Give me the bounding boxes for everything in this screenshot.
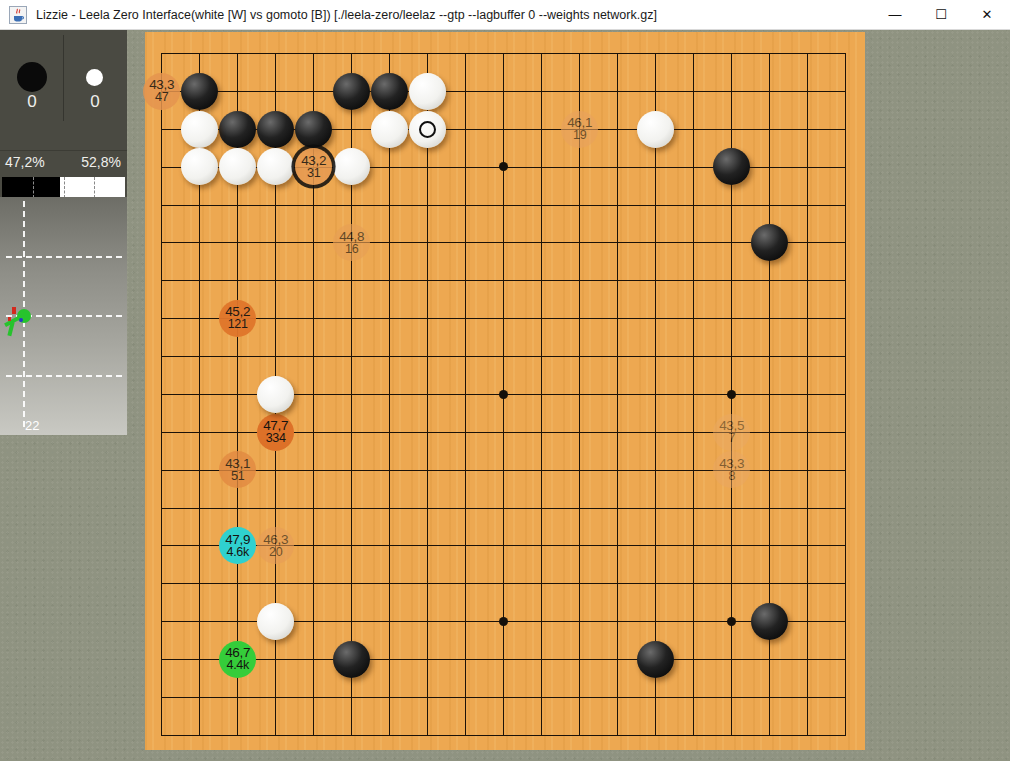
hoshi-point bbox=[727, 390, 736, 399]
white-stone-H17 bbox=[409, 111, 446, 148]
white-winrate-label: 52,8% bbox=[81, 154, 121, 170]
graph-blue-mark bbox=[19, 318, 23, 322]
winrate-bar bbox=[2, 177, 125, 198]
move-suggestion-Q8[interactable]: 43,38 bbox=[713, 451, 750, 488]
suggestion-winrate: 46,3 bbox=[263, 534, 288, 546]
close-button[interactable]: ✕ bbox=[964, 0, 1010, 30]
white-stone-D16 bbox=[257, 148, 294, 185]
move-suggestion-D6[interactable]: 46,320 bbox=[257, 527, 294, 564]
black-stone-B18 bbox=[181, 73, 218, 110]
winrate-bar-black-segment bbox=[2, 177, 60, 198]
black-stone-R14 bbox=[751, 224, 788, 261]
captures-row: 0 0 bbox=[0, 30, 127, 120]
white-stone-C16 bbox=[219, 148, 256, 185]
hoshi-point bbox=[499, 390, 508, 399]
last-move-marker bbox=[419, 121, 436, 138]
winrate-bar-tick-25 bbox=[33, 177, 34, 198]
black-stone-O3 bbox=[637, 641, 674, 678]
suggestion-visits: 47 bbox=[155, 91, 168, 103]
white-stone-B16 bbox=[181, 148, 218, 185]
black-stone-R4 bbox=[751, 603, 788, 640]
white-player-stone-icon bbox=[86, 69, 103, 86]
hoshi-point bbox=[727, 617, 736, 626]
white-stone-D10 bbox=[257, 376, 294, 413]
black-stone-E17 bbox=[295, 111, 332, 148]
white-stone-O17 bbox=[637, 111, 674, 148]
move-suggestion-Q9[interactable]: 43,57 bbox=[713, 414, 750, 451]
hoshi-point bbox=[499, 617, 508, 626]
graph-move-number: 22 bbox=[25, 418, 39, 433]
move-suggestion-M17[interactable]: 46,119 bbox=[561, 111, 598, 148]
suggestion-winrate: 47,9 bbox=[225, 534, 250, 546]
move-suggestion-C3[interactable]: 46,74.4k bbox=[219, 641, 256, 678]
white-stone-H18 bbox=[409, 73, 446, 110]
panel-separator bbox=[0, 150, 127, 151]
window-title: Lizzie - Leela Zero Interface(white [W] … bbox=[36, 8, 657, 22]
white-stone-B17 bbox=[181, 111, 218, 148]
black-winrate-label: 47,2% bbox=[5, 154, 45, 170]
white-captures-count: 0 bbox=[64, 92, 126, 112]
move-suggestion-C6[interactable]: 47,94.6k bbox=[219, 527, 256, 564]
black-stone-F18 bbox=[333, 73, 370, 110]
suggestion-visits: 31 bbox=[307, 167, 320, 179]
white-stone-F16 bbox=[333, 148, 370, 185]
black-stone-F3 bbox=[333, 641, 370, 678]
winrate-graph[interactable]: 22 bbox=[0, 197, 127, 435]
suggestion-visits: 7 bbox=[728, 432, 735, 444]
black-captures-count: 0 bbox=[0, 92, 64, 112]
suggestion-visits: 334 bbox=[266, 432, 286, 444]
suggestion-winrate: 44,8 bbox=[339, 231, 364, 243]
suggestion-visits: 121 bbox=[228, 318, 248, 330]
winrate-bar-tick-50 bbox=[64, 177, 65, 198]
title-bar: Lizzie - Leela Zero Interface(white [W] … bbox=[0, 0, 1010, 30]
go-board[interactable]: 43,34743,23146,11944,81645,212147,733443… bbox=[145, 32, 865, 750]
graph-red-mark bbox=[8, 317, 11, 321]
black-stone-C17 bbox=[219, 111, 256, 148]
move-suggestion-F14[interactable]: 44,816 bbox=[333, 224, 370, 261]
black-stone-Q16 bbox=[713, 148, 750, 185]
suggestion-visits: 16 bbox=[345, 243, 358, 255]
black-stone-G18 bbox=[371, 73, 408, 110]
black-player-stone-icon bbox=[17, 62, 47, 92]
suggestion-visits: 4.4k bbox=[226, 659, 248, 671]
suggestion-visits: 20 bbox=[269, 546, 282, 558]
hoshi-point bbox=[499, 162, 508, 171]
board-grid: 43,34743,23146,11944,81645,212147,733443… bbox=[143, 34, 865, 754]
game-info-panel: 0 0 47,2% 52,8% Last move: 0,3% bbox=[0, 30, 127, 197]
suggestion-visits: 8 bbox=[728, 470, 735, 482]
move-suggestion-E16[interactable]: 43,231 bbox=[295, 148, 332, 185]
suggestion-visits: 4.6k bbox=[226, 546, 248, 558]
white-stone-D4 bbox=[257, 603, 294, 640]
graph-red-mark bbox=[12, 307, 16, 314]
move-suggestion-C8[interactable]: 43,151 bbox=[219, 451, 256, 488]
suggestion-visits: 19 bbox=[573, 129, 586, 141]
black-stone-D17 bbox=[257, 111, 294, 148]
winrate-labels: 47,2% 52,8% bbox=[0, 154, 127, 172]
move-suggestion-C12[interactable]: 45,2121 bbox=[219, 300, 256, 337]
maximize-button[interactable]: ☐ bbox=[918, 0, 964, 30]
java-app-icon bbox=[9, 6, 27, 24]
move-suggestion-A18[interactable]: 43,347 bbox=[143, 73, 180, 110]
suggestion-visits: 51 bbox=[231, 470, 244, 482]
winrate-bar-tick-75 bbox=[94, 177, 95, 198]
white-stone-G17 bbox=[371, 111, 408, 148]
window-controls: — ☐ ✕ bbox=[872, 0, 1010, 30]
move-suggestion-D9[interactable]: 47,7334 bbox=[257, 414, 294, 451]
minimize-button[interactable]: — bbox=[872, 0, 918, 30]
